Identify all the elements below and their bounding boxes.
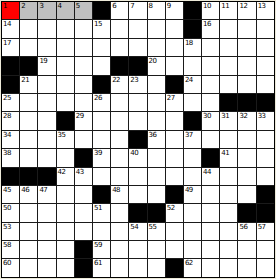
cell-r14c11[interactable] (184, 241, 201, 258)
clue-number: 23 (130, 76, 138, 84)
cell-r14c8[interactable] (129, 241, 146, 258)
cell-r4c15[interactable] (257, 57, 274, 74)
black-cell-r11c6 (93, 186, 110, 203)
black-cell-r1c6 (93, 2, 110, 19)
cell-r1c8[interactable]: 7 (129, 2, 146, 19)
cell-r14c7[interactable] (111, 241, 128, 258)
clue-number: 37 (185, 131, 193, 139)
cell-r2c6[interactable]: 15 (93, 20, 110, 37)
cell-r15c1[interactable]: 60 (2, 259, 19, 276)
cell-r7c12[interactable]: 30 (202, 112, 219, 129)
highlighted-cell-r1c4[interactable]: 4 (57, 2, 74, 19)
cell-r4c5[interactable] (75, 57, 92, 74)
selected-cell-r1c1[interactable]: 1 (2, 2, 19, 19)
cell-r13c8[interactable]: 54 (129, 223, 146, 240)
cell-r13c1[interactable]: 53 (2, 223, 19, 240)
cell-r7c7[interactable] (111, 112, 128, 129)
cell-r4c10[interactable] (166, 57, 183, 74)
black-cell-r6c13 (220, 94, 237, 111)
cell-r9c1[interactable]: 38 (2, 149, 19, 166)
cell-r15c15[interactable] (257, 259, 274, 276)
cell-r10c9[interactable] (148, 168, 165, 185)
cell-r13c3[interactable] (38, 223, 55, 240)
cell-r13c7[interactable] (111, 223, 128, 240)
cell-r7c3[interactable] (38, 112, 55, 129)
cell-r15c13[interactable] (220, 259, 237, 276)
cell-r6c1[interactable]: 25 (2, 94, 19, 111)
cell-r6c5[interactable] (75, 94, 92, 111)
black-cell-r1c11 (184, 2, 201, 19)
cell-r11c13[interactable] (220, 186, 237, 203)
cell-r9c8[interactable]: 40 (129, 149, 146, 166)
black-cell-r15c10 (166, 259, 183, 276)
clue-number: 30 (203, 112, 211, 120)
cell-r15c4[interactable] (57, 259, 74, 276)
cell-r8c7[interactable] (111, 131, 128, 148)
clue-number: 31 (221, 112, 229, 120)
cell-r7c5[interactable]: 29 (75, 112, 92, 129)
cell-r6c11[interactable] (184, 94, 201, 111)
cell-r4c13[interactable] (220, 57, 237, 74)
clue-number: 3 (39, 2, 43, 10)
cell-r3c14[interactable] (238, 39, 255, 56)
cell-r9c14[interactable] (238, 149, 255, 166)
cell-r4c3[interactable]: 19 (38, 57, 55, 74)
cell-r12c5[interactable] (75, 204, 92, 221)
black-cell-r12c15 (257, 204, 274, 221)
clue-number: 1 (3, 2, 7, 10)
clue-number: 42 (58, 168, 66, 176)
cell-r13c2[interactable] (20, 223, 37, 240)
black-cell-r11c10 (166, 186, 183, 203)
highlighted-cell-r1c2[interactable]: 2 (20, 2, 37, 19)
clue-number: 45 (3, 186, 11, 194)
clue-number: 22 (112, 76, 120, 84)
clue-number: 58 (3, 241, 11, 249)
cell-r5c7[interactable]: 22 (111, 76, 128, 93)
cell-r12c2[interactable] (20, 204, 37, 221)
cell-r10c7[interactable] (111, 168, 128, 185)
clue-number: 32 (239, 112, 247, 120)
cell-r8c4[interactable]: 35 (57, 131, 74, 148)
clue-number: 40 (130, 149, 138, 157)
cell-r14c2[interactable] (20, 241, 37, 258)
clue-number: 28 (3, 112, 11, 120)
cell-r1c12[interactable]: 10 (202, 2, 219, 19)
cell-r12c1[interactable]: 50 (2, 204, 19, 221)
cell-r13c11[interactable] (184, 223, 201, 240)
cell-r8c12[interactable] (202, 131, 219, 148)
clue-number: 44 (203, 168, 211, 176)
cell-r13c6[interactable] (93, 223, 110, 240)
cell-r6c9[interactable] (148, 94, 165, 111)
black-cell-r10c1 (2, 168, 19, 185)
black-cell-r5c6 (93, 76, 110, 93)
cell-r11c3[interactable]: 47 (38, 186, 55, 203)
clue-number: 52 (167, 204, 175, 212)
cell-r13c15[interactable]: 57 (257, 223, 274, 240)
cell-r1c13[interactable]: 11 (220, 2, 237, 19)
cell-r9c13[interactable]: 41 (220, 149, 237, 166)
cell-r15c8[interactable] (129, 259, 146, 276)
clue-number: 61 (94, 259, 102, 267)
cell-r2c8[interactable] (129, 20, 146, 37)
clue-number: 13 (258, 2, 266, 10)
clue-number: 14 (3, 20, 11, 28)
cell-r2c7[interactable] (111, 20, 128, 37)
crossword-grid: 1234567891011121314151617181920212223242… (1, 1, 275, 278)
cell-r10c4[interactable]: 42 (57, 168, 74, 185)
cell-r11c5[interactable] (75, 186, 92, 203)
cell-r1c7[interactable]: 6 (111, 2, 128, 19)
cell-r14c15[interactable] (257, 241, 274, 258)
clue-number: 24 (185, 76, 193, 84)
cell-r14c10[interactable] (166, 241, 183, 258)
cell-r6c8[interactable] (129, 94, 146, 111)
cell-r10c12[interactable]: 44 (202, 168, 219, 185)
cell-r2c1[interactable]: 14 (2, 20, 19, 37)
clue-number: 10 (203, 2, 211, 10)
cell-r12c10[interactable]: 52 (166, 204, 183, 221)
clue-number: 27 (167, 94, 175, 102)
cell-r3c2[interactable] (20, 39, 37, 56)
cell-r3c11[interactable]: 18 (184, 39, 201, 56)
cell-r4c9[interactable]: 20 (148, 57, 165, 74)
cell-r11c4[interactable] (57, 186, 74, 203)
cell-r5c14[interactable] (238, 76, 255, 93)
clue-number: 11 (221, 2, 229, 10)
cell-r8c15[interactable] (257, 131, 274, 148)
cell-r13c9[interactable]: 55 (148, 223, 165, 240)
cell-r10c5[interactable]: 43 (75, 168, 92, 185)
cell-r9c11[interactable] (184, 149, 201, 166)
clue-number: 55 (149, 223, 157, 231)
black-cell-r4c1 (2, 57, 19, 74)
cell-r6c3[interactable] (38, 94, 55, 111)
cell-r11c1[interactable]: 45 (2, 186, 19, 203)
cell-r14c4[interactable] (57, 241, 74, 258)
cell-r10c6[interactable] (93, 168, 110, 185)
clue-number: 15 (94, 20, 102, 28)
cell-r12c6[interactable]: 51 (93, 204, 110, 221)
clue-number: 53 (3, 223, 11, 231)
cell-r11c11[interactable]: 49 (184, 186, 201, 203)
clue-number: 48 (112, 186, 120, 194)
cell-r5c8[interactable]: 23 (129, 76, 146, 93)
cell-r5c3[interactable] (38, 76, 55, 93)
cell-r2c5[interactable] (75, 20, 92, 37)
cell-r11c2[interactable]: 46 (20, 186, 37, 203)
clue-number: 19 (39, 57, 47, 65)
black-cell-r12c14 (238, 204, 255, 221)
clue-number: 12 (239, 2, 247, 10)
cell-r3c1[interactable]: 17 (2, 39, 19, 56)
cell-r13c12[interactable] (202, 223, 219, 240)
cell-r12c4[interactable] (57, 204, 74, 221)
black-cell-r10c3 (38, 168, 55, 185)
clue-number: 8 (149, 2, 153, 10)
cell-r14c3[interactable] (38, 241, 55, 258)
cell-r8c10[interactable] (166, 131, 183, 148)
cell-r5c11[interactable]: 24 (184, 76, 201, 93)
clue-number: 6 (112, 2, 116, 10)
cell-r2c4[interactable] (57, 20, 74, 37)
cell-r6c2[interactable] (20, 94, 37, 111)
clue-number: 43 (76, 168, 84, 176)
cell-r6c12[interactable] (202, 94, 219, 111)
cell-r3c3[interactable] (38, 39, 55, 56)
black-cell-r15c5 (75, 259, 92, 276)
cell-r10c11[interactable] (184, 168, 201, 185)
black-cell-r11c15 (257, 186, 274, 203)
cell-r15c14[interactable] (238, 259, 255, 276)
clue-number: 50 (3, 204, 11, 212)
cell-r12c13[interactable] (220, 204, 237, 221)
cell-r12c7[interactable] (111, 204, 128, 221)
cell-r7c10[interactable] (166, 112, 183, 129)
cell-r9c15[interactable] (257, 149, 274, 166)
clue-number: 38 (3, 149, 11, 157)
cell-r3c13[interactable] (220, 39, 237, 56)
cell-r15c9[interactable] (148, 259, 165, 276)
clue-number: 26 (94, 94, 102, 102)
cell-r8c13[interactable] (220, 131, 237, 148)
cell-r2c13[interactable] (220, 20, 237, 37)
cell-r15c6[interactable]: 61 (93, 259, 110, 276)
clue-number: 33 (258, 112, 266, 120)
cell-r4c6[interactable] (93, 57, 110, 74)
black-cell-r4c2 (20, 57, 37, 74)
black-cell-r9c5 (75, 149, 92, 166)
clue-number: 2 (21, 2, 25, 10)
cell-r15c2[interactable] (20, 259, 37, 276)
cell-r14c9[interactable] (148, 241, 165, 258)
cell-r11c12[interactable] (202, 186, 219, 203)
cell-r3c7[interactable] (111, 39, 128, 56)
cell-r3c8[interactable] (129, 39, 146, 56)
cell-r5c12[interactable] (202, 76, 219, 93)
cell-r13c14[interactable]: 56 (238, 223, 255, 240)
black-cell-r5c1 (2, 76, 19, 93)
cell-r7c14[interactable]: 32 (238, 112, 255, 129)
clue-number: 62 (185, 259, 193, 267)
cell-r2c12[interactable]: 16 (202, 20, 219, 37)
black-cell-r4c7 (111, 57, 128, 74)
cell-r2c10[interactable] (166, 20, 183, 37)
clue-number: 60 (3, 259, 11, 267)
clue-number: 16 (203, 20, 211, 28)
cell-r6c4[interactable] (57, 94, 74, 111)
cell-r6c6[interactable]: 26 (93, 94, 110, 111)
clue-number: 25 (3, 94, 11, 102)
clue-number: 41 (221, 149, 229, 157)
cell-r7c1[interactable]: 28 (2, 112, 19, 129)
black-cell-r7c4 (57, 112, 74, 129)
cell-r14c14[interactable] (238, 241, 255, 258)
cell-r5c15[interactable] (257, 76, 274, 93)
cell-r4c11[interactable] (184, 57, 201, 74)
cell-r14c1[interactable]: 58 (2, 241, 19, 258)
cell-r1c15[interactable]: 13 (257, 2, 274, 19)
cell-r15c3[interactable] (38, 259, 55, 276)
black-cell-r12c9 (148, 204, 165, 221)
clue-number: 59 (94, 241, 102, 249)
cell-r3c4[interactable] (57, 39, 74, 56)
cell-r4c12[interactable] (202, 57, 219, 74)
cell-r4c14[interactable] (238, 57, 255, 74)
clue-number: 9 (167, 2, 171, 10)
cell-r14c6[interactable]: 59 (93, 241, 110, 258)
cell-r15c12[interactable] (202, 259, 219, 276)
cell-r9c2[interactable] (20, 149, 37, 166)
cell-r12c12[interactable] (202, 204, 219, 221)
cell-r10c14[interactable] (238, 168, 255, 185)
cell-r9c7[interactable] (111, 149, 128, 166)
cell-r5c4[interactable] (57, 76, 74, 93)
cell-r5c9[interactable] (148, 76, 165, 93)
black-cell-r2c11 (184, 20, 201, 37)
cell-r10c13[interactable] (220, 168, 237, 185)
cell-r1c9[interactable]: 8 (148, 2, 165, 19)
cell-r11c14[interactable] (238, 186, 255, 203)
cell-r2c9[interactable] (148, 20, 165, 37)
cell-r10c8[interactable] (129, 168, 146, 185)
cell-r7c8[interactable] (129, 112, 146, 129)
cell-r7c15[interactable]: 33 (257, 112, 274, 129)
clue-number: 5 (76, 2, 80, 10)
black-cell-r6c14 (238, 94, 255, 111)
cell-r9c9[interactable] (148, 149, 165, 166)
cell-r2c3[interactable] (38, 20, 55, 37)
cell-r12c11[interactable] (184, 204, 201, 221)
cell-r8c6[interactable] (93, 131, 110, 148)
clue-number: 36 (149, 131, 157, 139)
clue-number: 21 (21, 76, 29, 84)
black-cell-r4c8 (129, 57, 146, 74)
clue-number: 46 (21, 186, 29, 194)
cell-r9c6[interactable]: 39 (93, 149, 110, 166)
cell-r10c10[interactable] (166, 168, 183, 185)
clue-number: 17 (3, 39, 11, 47)
clue-number: 35 (58, 131, 66, 139)
cell-r7c13[interactable]: 31 (220, 112, 237, 129)
cell-r5c5[interactable] (75, 76, 92, 93)
cell-r11c9[interactable] (148, 186, 165, 203)
highlighted-cell-r1c3[interactable]: 3 (38, 2, 55, 19)
cell-r6c7[interactable] (111, 94, 128, 111)
cell-r8c2[interactable] (20, 131, 37, 148)
cell-r12c3[interactable] (38, 204, 55, 221)
cell-r13c10[interactable] (166, 223, 183, 240)
cell-r14c12[interactable] (202, 241, 219, 258)
clue-number: 51 (94, 204, 102, 212)
cell-r9c10[interactable] (166, 149, 183, 166)
cell-r2c2[interactable] (20, 20, 37, 37)
cell-r3c15[interactable] (257, 39, 274, 56)
clue-number: 47 (39, 186, 47, 194)
cell-r13c5[interactable] (75, 223, 92, 240)
clue-number: 18 (185, 39, 193, 47)
clue-number: 29 (76, 112, 84, 120)
black-cell-r9c12 (202, 149, 219, 166)
black-cell-r14c5 (75, 241, 92, 258)
clue-number: 54 (130, 223, 138, 231)
cell-r15c11[interactable]: 62 (184, 259, 201, 276)
cell-r1c10[interactable]: 9 (166, 2, 183, 19)
highlighted-cell-r1c5[interactable]: 5 (75, 2, 92, 19)
cell-r7c2[interactable] (20, 112, 37, 129)
black-cell-r7c11 (184, 112, 201, 129)
cell-r6c10[interactable]: 27 (166, 94, 183, 111)
cell-r3c12[interactable] (202, 39, 219, 56)
cell-r8c11[interactable]: 37 (184, 131, 201, 148)
cell-r10c15[interactable] (257, 168, 274, 185)
clue-number: 4 (58, 2, 62, 10)
cell-r13c13[interactable] (220, 223, 237, 240)
cell-r2c14[interactable] (238, 20, 255, 37)
cell-r2c15[interactable] (257, 20, 274, 37)
black-cell-r8c8 (129, 131, 146, 148)
black-cell-r10c2 (20, 168, 37, 185)
cell-r14c13[interactable] (220, 241, 237, 258)
cell-r8c1[interactable]: 34 (2, 131, 19, 148)
cell-r5c13[interactable] (220, 76, 237, 93)
cell-r8c5[interactable] (75, 131, 92, 148)
cell-r3c10[interactable] (166, 39, 183, 56)
clue-number: 20 (149, 57, 157, 65)
clue-number: 57 (258, 223, 266, 231)
cell-r1c14[interactable]: 12 (238, 2, 255, 19)
clue-number: 39 (94, 149, 102, 157)
cell-r8c3[interactable] (38, 131, 55, 148)
cell-r3c9[interactable] (148, 39, 165, 56)
cell-r9c4[interactable] (57, 149, 74, 166)
cell-r15c7[interactable] (111, 259, 128, 276)
cell-r7c6[interactable] (93, 112, 110, 129)
clue-number: 56 (239, 223, 247, 231)
black-cell-r5c10 (166, 76, 183, 93)
cell-r13c4[interactable] (57, 223, 74, 240)
cell-r11c8[interactable] (129, 186, 146, 203)
cell-r8c9[interactable]: 36 (148, 131, 165, 148)
black-cell-r12c8 (129, 204, 146, 221)
cell-r9c3[interactable] (38, 149, 55, 166)
cell-r5c2[interactable]: 21 (20, 76, 37, 93)
cell-r3c6[interactable] (93, 39, 110, 56)
cell-r8c14[interactable] (238, 131, 255, 148)
black-cell-r6c15 (257, 94, 274, 111)
clue-number: 7 (130, 2, 134, 10)
cell-r7c9[interactable] (148, 112, 165, 129)
cell-r11c7[interactable]: 48 (111, 186, 128, 203)
clue-number: 49 (185, 186, 193, 194)
clue-number: 34 (3, 131, 11, 139)
cell-r3c5[interactable] (75, 39, 92, 56)
cell-r4c4[interactable] (57, 57, 74, 74)
